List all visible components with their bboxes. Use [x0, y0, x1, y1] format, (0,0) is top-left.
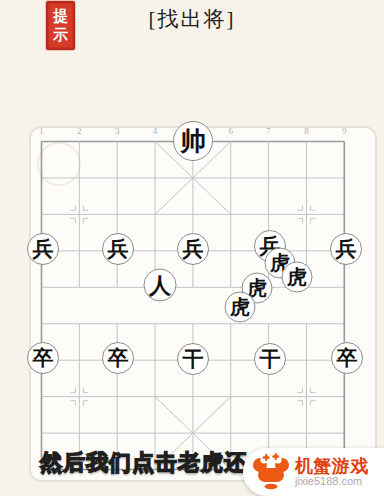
crab-logo-icon	[251, 453, 291, 491]
column-label-1: 1	[39, 126, 44, 136]
piece-hu-2[interactable]: 虎	[282, 262, 313, 293]
column-label-7: 7	[266, 126, 271, 136]
column-label-6: 6	[229, 126, 234, 136]
piece-zu-c1[interactable]: 卒	[27, 342, 59, 374]
piece-zu-c9[interactable]: 卒	[331, 342, 363, 374]
board-texture-circle	[37, 142, 81, 186]
piece-zu-c3[interactable]: 卒	[102, 342, 134, 374]
watermark-name: 机蟹游戏	[295, 457, 369, 476]
piece-bing-c3[interactable]: 兵	[102, 233, 134, 265]
piece-ren[interactable]: 人	[144, 269, 177, 302]
piece-bing-c5[interactable]: 兵	[177, 233, 209, 265]
piece-gan-c5[interactable]: 干	[177, 343, 209, 375]
walkthrough-subtitle: 然后我们点击老虎还	[40, 448, 247, 478]
watermark-site: jixie5188.com	[295, 476, 369, 488]
piece-bing-c9[interactable]: 兵	[330, 233, 362, 265]
column-label-3: 3	[115, 126, 120, 136]
column-label-9: 9	[342, 126, 347, 136]
column-label-2: 2	[77, 126, 82, 136]
xiangqi-board-frame	[29, 126, 377, 482]
column-label-8: 8	[304, 126, 309, 136]
piece-hu-4[interactable]: 虎	[225, 292, 256, 323]
piece-bing-c1[interactable]: 兵	[27, 233, 59, 265]
watermark-badge: 机蟹游戏 jixie5188.com	[243, 448, 384, 496]
piece-gan-c7[interactable]: 干	[254, 343, 286, 375]
piece-general-shuai[interactable]: 帅	[173, 121, 213, 161]
level-title: [找出将]	[0, 5, 384, 33]
column-label-4: 4	[153, 126, 158, 136]
